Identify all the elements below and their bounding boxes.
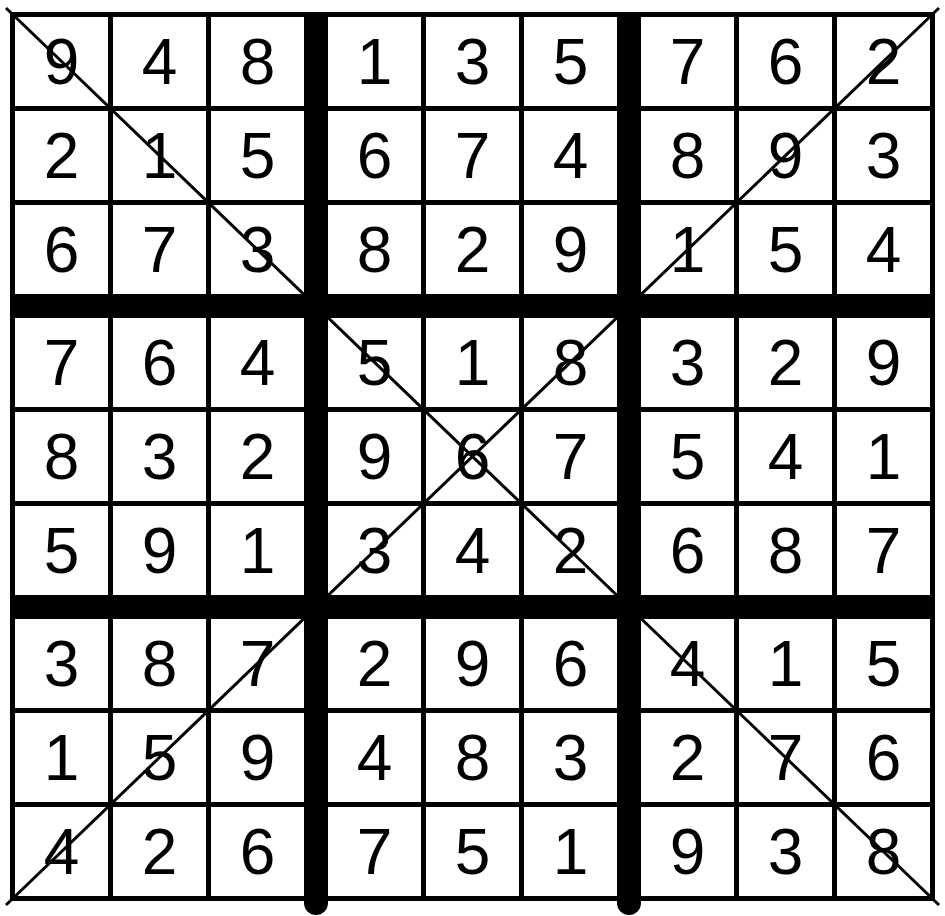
cell-r7c1[interactable]: 3: [15, 619, 108, 708]
cell-r8c5[interactable]: 8: [426, 713, 519, 802]
cell-r1c1[interactable]: 9: [15, 17, 108, 106]
cell-r6c2[interactable]: 9: [113, 506, 206, 595]
cell-r4c7[interactable]: 3: [641, 318, 734, 407]
cell-r5c6[interactable]: 7: [524, 412, 617, 501]
cell-r7c6[interactable]: 6: [524, 619, 617, 708]
cell-r2c8[interactable]: 9: [739, 111, 832, 200]
cell-r6c1[interactable]: 5: [15, 506, 108, 595]
sudoku-board-area: 9481357622156748936738291547645183298329…: [10, 12, 935, 901]
cell-r2c2[interactable]: 1: [113, 111, 206, 200]
cell-r6c6[interactable]: 2: [524, 506, 617, 595]
sudoku-board: 9481357622156748936738291547645183298329…: [10, 12, 935, 901]
cell-r1c9[interactable]: 2: [837, 17, 930, 106]
cell-r4c6[interactable]: 8: [524, 318, 617, 407]
cell-r4c9[interactable]: 9: [837, 318, 930, 407]
cell-r1c4[interactable]: 1: [328, 17, 421, 106]
cell-r7c5[interactable]: 9: [426, 619, 519, 708]
cell-r9c7[interactable]: 9: [641, 807, 734, 896]
cell-r5c3[interactable]: 2: [211, 412, 304, 501]
cell-r4c2[interactable]: 6: [113, 318, 206, 407]
cell-r2c1[interactable]: 2: [15, 111, 108, 200]
box-separator-nub-left: [304, 887, 328, 915]
cell-r9c6[interactable]: 1: [524, 807, 617, 896]
cell-r8c4[interactable]: 4: [328, 713, 421, 802]
cell-r4c1[interactable]: 7: [15, 318, 108, 407]
cell-r7c7[interactable]: 4: [641, 619, 734, 708]
cell-r9c5[interactable]: 5: [426, 807, 519, 896]
cell-r5c7[interactable]: 5: [641, 412, 734, 501]
cell-r7c2[interactable]: 8: [113, 619, 206, 708]
cell-r5c5[interactable]: 6: [426, 412, 519, 501]
cell-r7c8[interactable]: 1: [739, 619, 832, 708]
cell-r7c9[interactable]: 5: [837, 619, 930, 708]
cell-r9c2[interactable]: 2: [113, 807, 206, 896]
cell-r1c8[interactable]: 6: [739, 17, 832, 106]
page: 9481357622156748936738291547645183298329…: [0, 0, 945, 916]
cell-r2c3[interactable]: 5: [211, 111, 304, 200]
cell-r8c6[interactable]: 3: [524, 713, 617, 802]
cell-r5c4[interactable]: 9: [328, 412, 421, 501]
cell-r6c5[interactable]: 4: [426, 506, 519, 595]
cell-r3c3[interactable]: 3: [211, 205, 304, 294]
cell-r3c4[interactable]: 8: [328, 205, 421, 294]
cell-r8c7[interactable]: 2: [641, 713, 734, 802]
cell-r5c9[interactable]: 1: [837, 412, 930, 501]
cell-r5c8[interactable]: 4: [739, 412, 832, 501]
cell-r3c7[interactable]: 1: [641, 205, 734, 294]
cell-r2c5[interactable]: 7: [426, 111, 519, 200]
cell-r9c3[interactable]: 6: [211, 807, 304, 896]
cell-r3c2[interactable]: 7: [113, 205, 206, 294]
cell-r2c9[interactable]: 3: [837, 111, 930, 200]
cell-r5c2[interactable]: 3: [113, 412, 206, 501]
cell-r4c8[interactable]: 2: [739, 318, 832, 407]
cell-r6c4[interactable]: 3: [328, 506, 421, 595]
cell-r6c7[interactable]: 6: [641, 506, 734, 595]
cell-r3c8[interactable]: 5: [739, 205, 832, 294]
cell-r9c1[interactable]: 4: [15, 807, 108, 896]
cell-r4c3[interactable]: 4: [211, 318, 304, 407]
cell-r3c9[interactable]: 4: [837, 205, 930, 294]
cell-r9c9[interactable]: 8: [837, 807, 930, 896]
cell-r2c7[interactable]: 8: [641, 111, 734, 200]
cell-r8c3[interactable]: 9: [211, 713, 304, 802]
cell-r8c1[interactable]: 1: [15, 713, 108, 802]
cell-r1c2[interactable]: 4: [113, 17, 206, 106]
cell-r7c4[interactable]: 2: [328, 619, 421, 708]
cell-r2c6[interactable]: 4: [524, 111, 617, 200]
cell-r6c8[interactable]: 8: [739, 506, 832, 595]
cell-r9c4[interactable]: 7: [328, 807, 421, 896]
box-separator-nub-right: [617, 887, 641, 915]
cell-r3c6[interactable]: 9: [524, 205, 617, 294]
cell-r6c9[interactable]: 7: [837, 506, 930, 595]
cell-r2c4[interactable]: 6: [328, 111, 421, 200]
cell-r8c9[interactable]: 6: [837, 713, 930, 802]
cell-r3c1[interactable]: 6: [15, 205, 108, 294]
cell-r8c8[interactable]: 7: [739, 713, 832, 802]
cell-r1c6[interactable]: 5: [524, 17, 617, 106]
cell-r5c1[interactable]: 8: [15, 412, 108, 501]
cell-r6c3[interactable]: 1: [211, 506, 304, 595]
cell-r1c3[interactable]: 8: [211, 17, 304, 106]
cell-r8c2[interactable]: 5: [113, 713, 206, 802]
cell-r1c7[interactable]: 7: [641, 17, 734, 106]
cell-r7c3[interactable]: 7: [211, 619, 304, 708]
cell-r4c5[interactable]: 1: [426, 318, 519, 407]
cell-r4c4[interactable]: 5: [328, 318, 421, 407]
cell-r1c5[interactable]: 3: [426, 17, 519, 106]
cell-r9c8[interactable]: 3: [739, 807, 832, 896]
cell-r3c5[interactable]: 2: [426, 205, 519, 294]
